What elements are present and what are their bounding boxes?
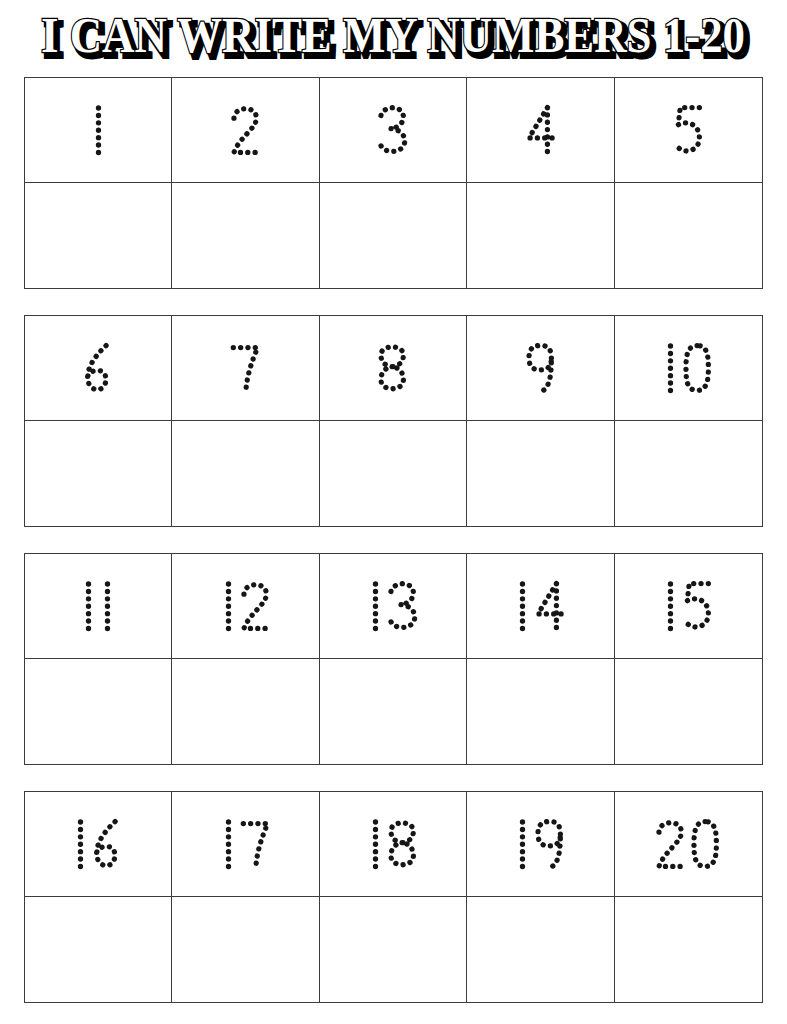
trace-number-cell-14 (467, 554, 614, 659)
practice-cell-12[interactable] (172, 659, 319, 764)
dotted-number-14 (467, 554, 613, 658)
practice-cell-11[interactable] (25, 659, 172, 764)
dotted-digit-1 (81, 578, 96, 634)
dotted-digit-1 (663, 578, 678, 634)
trace-number-cell-12 (172, 554, 319, 659)
title-banner: I CAN WRITE MY NUMBERS 1-20 I CAN WRITE … (0, 4, 787, 72)
dotted-number-7 (172, 316, 318, 420)
dotted-digit-0 (682, 340, 713, 396)
practice-cell-13[interactable] (320, 659, 467, 764)
dotted-digit-4 (534, 578, 565, 634)
trace-number-cell-4 (467, 78, 614, 183)
dotted-digit-8 (377, 340, 408, 396)
dotted-number-10 (615, 316, 762, 420)
trace-table-3 (24, 553, 763, 765)
dotted-number-15 (615, 554, 762, 658)
dotted-digit-5 (682, 578, 713, 634)
practice-cell-8[interactable] (320, 421, 467, 526)
dotted-digit-1 (100, 578, 115, 634)
trace-number-cell-16 (25, 792, 172, 897)
trace-number-cell-15 (615, 554, 762, 659)
trace-number-cell-8 (320, 316, 467, 421)
dotted-digit-7 (240, 816, 271, 872)
dotted-digit-1 (221, 816, 236, 872)
dotted-number-1 (25, 78, 171, 182)
dotted-digit-1 (515, 578, 530, 634)
practice-cell-15[interactable] (615, 659, 762, 764)
dotted-number-19 (467, 792, 613, 896)
dotted-number-5 (615, 78, 762, 182)
trace-number-cell-11 (25, 554, 172, 659)
dotted-digit-4 (525, 102, 556, 158)
practice-cell-5[interactable] (615, 183, 762, 288)
trace-number-cell-19 (467, 792, 614, 897)
practice-cell-3[interactable] (320, 183, 467, 288)
dotted-number-20 (615, 792, 762, 896)
practice-cell-17[interactable] (172, 897, 319, 1002)
dotted-number-9 (467, 316, 613, 420)
dotted-digit-1 (73, 816, 88, 872)
worksheet-body (0, 77, 787, 1003)
practice-cell-18[interactable] (320, 897, 467, 1002)
trace-number-cell-17 (172, 792, 319, 897)
trace-number-cell-3 (320, 78, 467, 183)
trace-number-cell-2 (172, 78, 319, 183)
dotted-digit-2 (655, 816, 686, 872)
trace-number-cell-13 (320, 554, 467, 659)
trace-number-cell-7 (172, 316, 319, 421)
dotted-number-17 (172, 792, 318, 896)
dotted-digit-2 (230, 102, 261, 158)
trace-table-1 (24, 77, 763, 289)
dotted-digit-1 (221, 578, 236, 634)
dotted-digit-9 (525, 340, 556, 396)
dotted-digit-6 (83, 340, 114, 396)
dotted-number-18 (320, 792, 466, 896)
dotted-digit-1 (515, 816, 530, 872)
trace-number-cell-1 (25, 78, 172, 183)
title-svg: I CAN WRITE MY NUMBERS 1-20 I CAN WRITE … (0, 4, 787, 68)
dotted-digit-8 (387, 816, 418, 872)
dotted-digit-6 (92, 816, 123, 872)
dotted-digit-3 (377, 102, 408, 158)
dotted-digit-9 (534, 816, 565, 872)
dotted-digit-1 (663, 340, 678, 396)
dotted-digit-1 (368, 816, 383, 872)
practice-cell-7[interactable] (172, 421, 319, 526)
dotted-number-11 (25, 554, 171, 658)
dotted-number-4 (467, 78, 613, 182)
practice-cell-9[interactable] (467, 421, 614, 526)
dotted-number-2 (172, 78, 318, 182)
dotted-digit-7 (230, 340, 261, 396)
practice-cell-6[interactable] (25, 421, 172, 526)
dotted-digit-5 (673, 102, 704, 158)
practice-cell-2[interactable] (172, 183, 319, 288)
dotted-digit-1 (368, 578, 383, 634)
trace-number-cell-10 (615, 316, 762, 421)
practice-cell-19[interactable] (467, 897, 614, 1002)
dotted-number-16 (25, 792, 171, 896)
dotted-digit-2 (240, 578, 271, 634)
dotted-digit-3 (387, 578, 418, 634)
dotted-number-13 (320, 554, 466, 658)
practice-cell-14[interactable] (467, 659, 614, 764)
practice-cell-1[interactable] (25, 183, 172, 288)
trace-number-cell-5 (615, 78, 762, 183)
practice-cell-20[interactable] (615, 897, 762, 1002)
dotted-number-8 (320, 316, 466, 420)
dotted-number-6 (25, 316, 171, 420)
dotted-number-12 (172, 554, 318, 658)
dotted-digit-1 (91, 102, 106, 158)
trace-number-cell-9 (467, 316, 614, 421)
dotted-digit-0 (690, 816, 721, 872)
trace-number-cell-20 (615, 792, 762, 897)
trace-table-2 (24, 315, 763, 527)
trace-number-cell-18 (320, 792, 467, 897)
practice-cell-16[interactable] (25, 897, 172, 1002)
practice-cell-4[interactable] (467, 183, 614, 288)
practice-cell-10[interactable] (615, 421, 762, 526)
trace-number-cell-6 (25, 316, 172, 421)
page-title: I CAN WRITE MY NUMBERS 1-20 (41, 7, 745, 63)
trace-table-4 (24, 791, 763, 1003)
dotted-number-3 (320, 78, 466, 182)
